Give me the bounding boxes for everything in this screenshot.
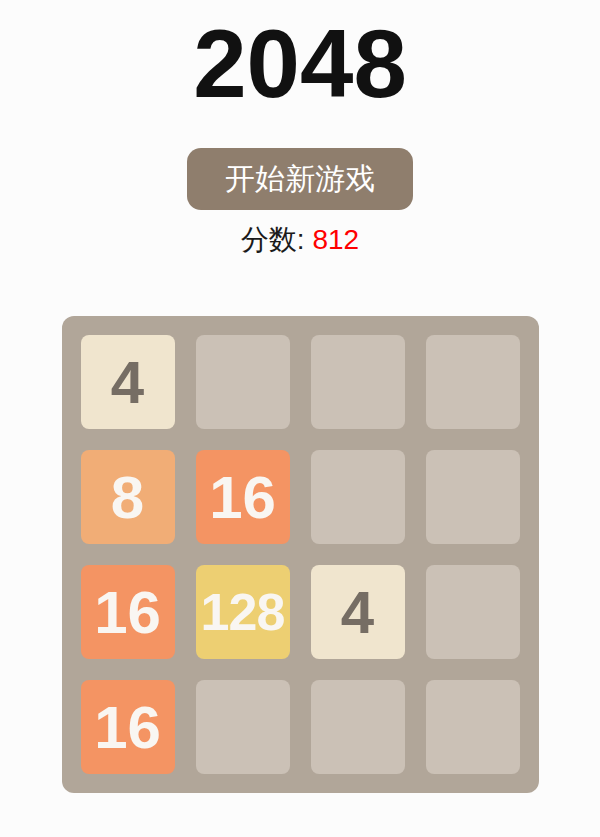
tile-4: 4 (81, 335, 175, 429)
empty-cell (426, 450, 520, 544)
tile-128: 128 (196, 565, 290, 659)
empty-cell (311, 680, 405, 774)
new-game-button[interactable]: 开始新游戏 (187, 148, 413, 210)
tile-16: 16 (81, 565, 175, 659)
tile-8: 8 (81, 450, 175, 544)
empty-cell (426, 565, 520, 659)
empty-cell (196, 335, 290, 429)
tile-16: 16 (81, 680, 175, 774)
empty-cell (426, 680, 520, 774)
empty-cell (196, 680, 290, 774)
score-value: 812 (312, 224, 359, 255)
tile-16: 16 (196, 450, 290, 544)
tile-4: 4 (311, 565, 405, 659)
board[interactable]: 481616128416 (62, 316, 539, 793)
empty-cell (311, 450, 405, 544)
button-row: 开始新游戏 (0, 148, 600, 210)
empty-cell (311, 335, 405, 429)
empty-cell (426, 335, 520, 429)
score-row: 分数: 812 (0, 220, 600, 260)
game-title: 2048 (0, 16, 600, 112)
score-label: 分数: (241, 224, 305, 255)
